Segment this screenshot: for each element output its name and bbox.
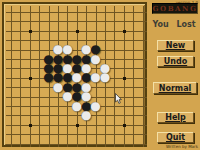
- undo-button[interactable]: Undo: [157, 56, 194, 67]
- star-point: [29, 124, 32, 127]
- grid-line-vertical: [67, 6, 68, 147]
- grid-line-horizontal: [6, 115, 147, 116]
- grid-line-vertical: [133, 6, 134, 147]
- grid-line-vertical: [58, 6, 59, 147]
- grid-line-horizontal: [6, 97, 147, 98]
- grid-line-vertical: [96, 6, 97, 147]
- grid-line-horizontal: [6, 87, 147, 88]
- grid-line-vertical: [49, 6, 50, 147]
- title-plaque: GOBANG: [152, 3, 198, 14]
- star-point: [123, 77, 126, 80]
- star-point: [76, 124, 79, 127]
- gobang-window: ●●●●●●●●●●●●●●●●●●●●●●●●●●●●●●●●●● versi…: [0, 0, 200, 150]
- grid-line-horizontal: [6, 106, 147, 107]
- star-point: [29, 77, 32, 80]
- board[interactable]: ●●●●●●●●●●●●●●●●●●●●●●●●●●●●●●●●●●: [2, 2, 147, 147]
- grid-line-vertical: [143, 6, 144, 147]
- grid-line-horizontal: [6, 134, 147, 135]
- star-point: [76, 77, 79, 80]
- grid-line-horizontal: [6, 144, 147, 145]
- new-button[interactable]: New: [157, 40, 194, 51]
- author-credit: Written by Mark Overmars: [150, 144, 198, 150]
- star-point: [76, 30, 79, 33]
- grid-line-vertical: [105, 6, 106, 147]
- grid-line-vertical: [39, 6, 40, 147]
- grid-line-vertical: [86, 6, 87, 147]
- help-button[interactable]: Help: [157, 112, 194, 123]
- quit-button[interactable]: Quit: [157, 132, 194, 143]
- grid-line-vertical: [20, 6, 21, 147]
- star-point: [29, 30, 32, 33]
- status-text: You Lost: [148, 20, 200, 29]
- board-grid: ●●●●●●●●●●●●●●●●●●●●●●●●●●●●●●●●●●: [2, 2, 147, 147]
- normal-difficulty-button[interactable]: Normal: [153, 82, 197, 94]
- star-point: [123, 124, 126, 127]
- grid-line-vertical: [11, 6, 12, 147]
- star-point: [123, 30, 126, 33]
- grid-line-vertical: [114, 6, 115, 147]
- game-title: GOBANG: [153, 4, 198, 13]
